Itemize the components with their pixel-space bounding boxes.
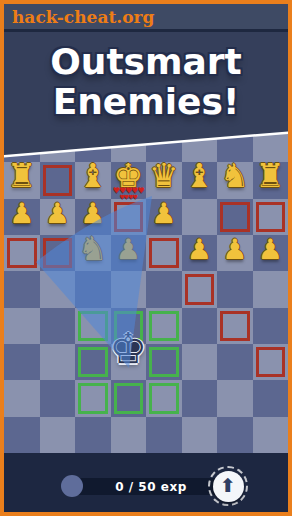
square-g2[interactable] — [217, 380, 253, 416]
gold-king: ♚ — [111, 157, 147, 193]
gold-bishop: ♝ — [75, 157, 111, 193]
square-f3[interactable] — [182, 344, 218, 380]
square-d6[interactable]: ♟ — [111, 235, 147, 271]
square-d5[interactable] — [111, 271, 147, 307]
green-highlight — [149, 383, 179, 413]
square-c1[interactable] — [75, 417, 111, 453]
square-g8[interactable]: ♞ — [217, 162, 253, 198]
red-highlight — [43, 165, 73, 195]
square-f4[interactable] — [182, 308, 218, 344]
red-highlight — [114, 202, 144, 232]
square-f2[interactable] — [182, 380, 218, 416]
red-highlight — [220, 311, 250, 341]
red-highlight — [149, 238, 179, 268]
square-h5[interactable] — [253, 271, 289, 307]
square-h7[interactable] — [253, 199, 289, 235]
square-e7[interactable]: ♟ — [146, 199, 182, 235]
gold-rook: ♜ — [253, 157, 289, 193]
green-highlight — [78, 311, 108, 341]
gold-queen: ♛ — [146, 157, 182, 193]
gold-pawn: ♟ — [217, 232, 253, 268]
square-a1[interactable] — [4, 417, 40, 453]
square-g6[interactable]: ♟ — [217, 235, 253, 271]
square-c2[interactable] — [75, 380, 111, 416]
square-b2[interactable] — [40, 380, 76, 416]
square-f5[interactable] — [182, 271, 218, 307]
square-a4[interactable] — [4, 308, 40, 344]
gold-rook: ♜ — [4, 157, 40, 193]
gold-knight: ♞ — [217, 157, 253, 193]
red-highlight — [43, 238, 73, 268]
square-a3[interactable] — [4, 344, 40, 380]
green-highlight — [114, 311, 144, 341]
gold-knight: ♞ — [75, 230, 111, 266]
up-arrow-icon: ⬆ — [220, 476, 236, 495]
app-screenshot: ♜♝♚♛♝♞♜♟♟♟♥♥♥♥♥♥♥♥♥♟♞♟♟♟♟♚ hack-cheat.or… — [0, 0, 292, 516]
square-f6[interactable]: ♟ — [182, 235, 218, 271]
square-e3[interactable] — [146, 344, 182, 380]
green-highlight — [149, 311, 179, 341]
square-e8[interactable]: ♛ — [146, 162, 182, 198]
square-b8[interactable] — [40, 162, 76, 198]
square-a2[interactable] — [4, 380, 40, 416]
square-a8[interactable]: ♜ — [4, 162, 40, 198]
square-f7[interactable] — [182, 199, 218, 235]
square-g3[interactable] — [217, 344, 253, 380]
square-c4[interactable] — [75, 308, 111, 344]
square-f8[interactable]: ♝ — [182, 162, 218, 198]
green-highlight — [114, 383, 144, 413]
green-highlight — [149, 347, 179, 377]
banner-title: Outsmart Enemies! — [4, 42, 288, 122]
square-b3[interactable] — [40, 344, 76, 380]
square-e5[interactable] — [146, 271, 182, 307]
red-highlight — [256, 202, 286, 232]
green-highlight — [78, 383, 108, 413]
square-a6[interactable] — [4, 235, 40, 271]
square-h8[interactable]: ♜ — [253, 162, 289, 198]
square-h2[interactable] — [253, 380, 289, 416]
square-d4[interactable] — [111, 308, 147, 344]
square-b6[interactable] — [40, 235, 76, 271]
exp-progress-label: 0 / 50 exp — [115, 480, 186, 494]
square-g5[interactable] — [217, 271, 253, 307]
square-d3[interactable]: ♚ — [111, 344, 147, 380]
gold-pawn: ♟ — [111, 232, 147, 268]
square-a7[interactable]: ♟ — [4, 199, 40, 235]
gold-pawn: ♟ — [40, 196, 76, 232]
gold-pawn: ♟ — [4, 196, 40, 232]
level-up-button[interactable]: ⬆ — [208, 466, 248, 506]
chess-board: ♜♝♚♛♝♞♜♟♟♟♥♥♥♥♥♥♥♥♥♟♞♟♟♟♟♚ — [4, 126, 288, 453]
square-d7[interactable]: ♥♥♥♥♥♥♥♥♥ — [111, 199, 147, 235]
red-highlight — [256, 347, 286, 377]
square-g1[interactable] — [217, 417, 253, 453]
square-e2[interactable] — [146, 380, 182, 416]
gold-bishop: ♝ — [182, 157, 218, 193]
square-c6[interactable]: ♞ — [75, 235, 111, 271]
square-e4[interactable] — [146, 308, 182, 344]
square-e6[interactable] — [146, 235, 182, 271]
banner-title-line2: Enemies! — [4, 82, 288, 122]
square-h6[interactable]: ♟ — [253, 235, 289, 271]
gold-pawn: ♟ — [146, 196, 182, 232]
square-b7[interactable]: ♟ — [40, 199, 76, 235]
gold-pawn: ♟ — [253, 232, 289, 268]
exp-progress-knob — [61, 475, 83, 497]
square-f1[interactable] — [182, 417, 218, 453]
watermark-text: hack-cheat.org — [12, 7, 154, 27]
square-b1[interactable] — [40, 417, 76, 453]
square-h4[interactable] — [253, 308, 289, 344]
red-highlight — [185, 274, 215, 304]
banner-title-line1: Outsmart — [4, 42, 288, 82]
square-h3[interactable] — [253, 344, 289, 380]
square-g4[interactable] — [217, 308, 253, 344]
square-g7[interactable] — [217, 199, 253, 235]
square-h1[interactable] — [253, 417, 289, 453]
square-c8[interactable]: ♝ — [75, 162, 111, 198]
watermark-bar: hack-cheat.org — [4, 4, 288, 32]
gold-pawn: ♟ — [75, 196, 111, 232]
square-c7[interactable]: ♟ — [75, 199, 111, 235]
square-a5[interactable] — [4, 271, 40, 307]
square-c3[interactable] — [75, 344, 111, 380]
red-highlight — [7, 238, 37, 268]
square-d8[interactable]: ♚ — [111, 162, 147, 198]
square-b4[interactable] — [40, 308, 76, 344]
square-c5[interactable] — [75, 271, 111, 307]
square-b5[interactable] — [40, 271, 76, 307]
gold-pawn: ♟ — [182, 232, 218, 268]
exp-footer: 0 / 50 exp ⬆ — [4, 453, 288, 512]
square-e1[interactable] — [146, 417, 182, 453]
level-up-button-disc: ⬆ — [213, 471, 244, 502]
square-d2[interactable] — [111, 380, 147, 416]
red-highlight — [220, 202, 250, 232]
square-d1[interactable] — [111, 417, 147, 453]
green-highlight — [78, 347, 108, 377]
